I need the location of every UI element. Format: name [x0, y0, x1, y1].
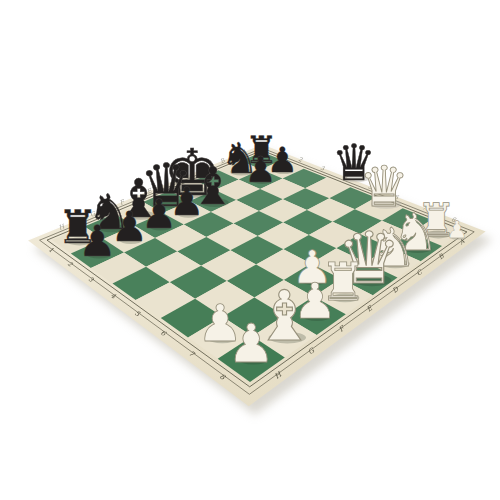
- black-pawn-b2: ♟: [245, 149, 277, 190]
- product-photo-chess-set: 1122334455667788HHGGFFEEDDCCBBAA ♜♟♞♛♟♚♝…: [0, 0, 500, 500]
- chess-board-photo: 1122334455667788HHGGFFEEDDCCBBAA ♜♟♞♛♟♚♝…: [0, 0, 500, 500]
- white-pawn-h8: ♟: [227, 312, 275, 375]
- offboard-white-pawn: ♟: [446, 216, 468, 244]
- black-pawn-h2: ♟: [78, 216, 117, 266]
